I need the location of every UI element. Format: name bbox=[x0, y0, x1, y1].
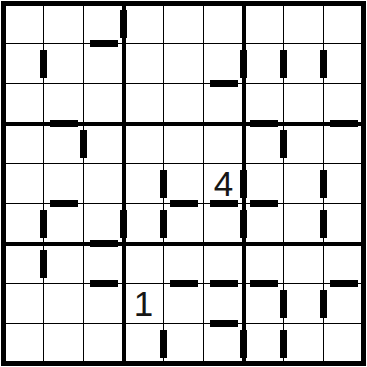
cell-r6c5[interactable] bbox=[164, 204, 204, 244]
cell-r3c1[interactable] bbox=[4, 84, 44, 124]
cell-r7c4[interactable] bbox=[124, 244, 164, 284]
cell-r4c5[interactable] bbox=[164, 124, 204, 164]
consecutive-bar-vertical bbox=[320, 170, 327, 198]
cell-r9c6[interactable] bbox=[204, 324, 244, 364]
cell-r3c4[interactable] bbox=[124, 84, 164, 124]
cell-r8c8[interactable] bbox=[284, 284, 324, 324]
consecutive-bar-horizontal bbox=[250, 280, 278, 287]
cell-r7c3[interactable] bbox=[84, 244, 124, 284]
consecutive-bar-horizontal bbox=[210, 80, 238, 87]
consecutive-bar-vertical bbox=[320, 290, 327, 318]
cell-r5c1[interactable] bbox=[4, 164, 44, 204]
cell-r1c8[interactable] bbox=[284, 4, 324, 44]
cell-r6c7[interactable] bbox=[244, 204, 284, 244]
consecutive-bar-horizontal bbox=[250, 200, 278, 207]
consecutive-bar-horizontal bbox=[90, 280, 118, 287]
consecutive-bar-vertical bbox=[40, 250, 47, 278]
cell-r6c4[interactable] bbox=[124, 204, 164, 244]
cell-r9c9[interactable] bbox=[324, 324, 364, 364]
given-digit-r8c4: 1 bbox=[134, 286, 153, 321]
cell-r5c4[interactable] bbox=[124, 164, 164, 204]
cell-r5c5[interactable] bbox=[164, 164, 204, 204]
consecutive-bar-horizontal bbox=[330, 120, 358, 127]
cell-r8c3[interactable] bbox=[84, 284, 124, 324]
cell-r5c3[interactable] bbox=[84, 164, 124, 204]
consecutive-bar-vertical bbox=[320, 210, 327, 238]
consecutive-bar-vertical bbox=[320, 50, 327, 78]
cell-r6c3[interactable] bbox=[84, 204, 124, 244]
cell-r2c1[interactable] bbox=[4, 44, 44, 84]
consecutive-bar-vertical bbox=[280, 50, 287, 78]
consecutive-bar-vertical bbox=[40, 210, 47, 238]
cell-r2c9[interactable] bbox=[324, 44, 364, 84]
cell-r8c9[interactable] bbox=[324, 284, 364, 324]
consecutive-bar-vertical bbox=[280, 290, 287, 318]
cell-r1c1[interactable] bbox=[4, 4, 44, 44]
cell-r4c3[interactable] bbox=[84, 124, 124, 164]
cell-r4c8[interactable] bbox=[284, 124, 324, 164]
consecutive-bar-horizontal bbox=[170, 200, 198, 207]
consecutive-sudoku-board: 41 bbox=[0, 0, 367, 367]
cell-r7c6[interactable] bbox=[204, 244, 244, 284]
cell-r3c7[interactable] bbox=[244, 84, 284, 124]
consecutive-bar-vertical bbox=[240, 170, 247, 198]
cell-r9c1[interactable] bbox=[4, 324, 44, 364]
cell-r5c8[interactable] bbox=[284, 164, 324, 204]
cell-r7c8[interactable] bbox=[284, 244, 324, 284]
cell-r3c6[interactable] bbox=[204, 84, 244, 124]
consecutive-bar-horizontal bbox=[170, 280, 198, 287]
consecutive-bar-vertical bbox=[240, 50, 247, 78]
cell-r8c7[interactable] bbox=[244, 284, 284, 324]
cell-r9c4[interactable] bbox=[124, 324, 164, 364]
consecutive-bar-horizontal bbox=[250, 120, 278, 127]
cell-r6c2[interactable] bbox=[44, 204, 84, 244]
cell-r2c5[interactable] bbox=[164, 44, 204, 84]
cell-r4c2[interactable] bbox=[44, 124, 84, 164]
cell-r3c8[interactable] bbox=[284, 84, 324, 124]
cell-r8c6[interactable] bbox=[204, 284, 244, 324]
cell-r7c9[interactable] bbox=[324, 244, 364, 284]
puzzle-page: 41 bbox=[0, 0, 367, 367]
cell-r3c2[interactable] bbox=[44, 84, 84, 124]
cell-r8c2[interactable] bbox=[44, 284, 84, 324]
cell-r1c9[interactable] bbox=[324, 4, 364, 44]
consecutive-bar-vertical bbox=[120, 10, 127, 38]
cell-r9c3[interactable] bbox=[84, 324, 124, 364]
cell-r9c7[interactable] bbox=[244, 324, 284, 364]
cell-r3c3[interactable] bbox=[84, 84, 124, 124]
cell-r9c8[interactable] bbox=[284, 324, 324, 364]
cell-r4c7[interactable] bbox=[244, 124, 284, 164]
cell-r1c6[interactable] bbox=[204, 4, 244, 44]
cell-r3c5[interactable] bbox=[164, 84, 204, 124]
consecutive-bar-horizontal bbox=[50, 200, 78, 207]
consecutive-bar-vertical bbox=[120, 210, 127, 238]
cell-r2c2[interactable] bbox=[44, 44, 84, 84]
given-digit-r5c6: 4 bbox=[214, 166, 233, 201]
cell-r2c6[interactable] bbox=[204, 44, 244, 84]
cell-r7c5[interactable] bbox=[164, 244, 204, 284]
consecutive-bar-vertical bbox=[280, 330, 287, 358]
consecutive-bar-vertical bbox=[160, 210, 167, 238]
cell-r5c7[interactable] bbox=[244, 164, 284, 204]
cell-r9c2[interactable] bbox=[44, 324, 84, 364]
cell-r2c4[interactable] bbox=[124, 44, 164, 84]
consecutive-bar-horizontal bbox=[330, 280, 358, 287]
cell-r7c7[interactable] bbox=[244, 244, 284, 284]
cell-r1c4[interactable] bbox=[124, 4, 164, 44]
consecutive-bar-horizontal bbox=[90, 40, 118, 47]
consecutive-bar-horizontal bbox=[210, 200, 238, 207]
cell-r4c1[interactable] bbox=[4, 124, 44, 164]
consecutive-bar-horizontal bbox=[50, 120, 78, 127]
consecutive-bar-horizontal bbox=[210, 280, 238, 287]
consecutive-bar-horizontal bbox=[210, 320, 238, 327]
cell-r1c3[interactable] bbox=[84, 4, 124, 44]
cell-r6c8[interactable] bbox=[284, 204, 324, 244]
cell-r5c2[interactable] bbox=[44, 164, 84, 204]
consecutive-bar-vertical bbox=[160, 330, 167, 358]
cell-r2c7[interactable] bbox=[244, 44, 284, 84]
cell-r1c5[interactable] bbox=[164, 4, 204, 44]
cell-r6c9[interactable] bbox=[324, 204, 364, 244]
cell-r1c2[interactable] bbox=[44, 4, 84, 44]
consecutive-bar-vertical bbox=[280, 130, 287, 158]
consecutive-bar-vertical bbox=[160, 170, 167, 198]
cell-r6c1[interactable] bbox=[4, 204, 44, 244]
consecutive-bar-vertical bbox=[240, 210, 247, 238]
cell-r2c3[interactable] bbox=[84, 44, 124, 84]
cell-r2c8[interactable] bbox=[284, 44, 324, 84]
cell-r8c4[interactable]: 1 bbox=[124, 284, 164, 324]
cell-r5c6[interactable]: 4 bbox=[204, 164, 244, 204]
consecutive-bar-vertical bbox=[40, 50, 47, 78]
cell-r1c7[interactable] bbox=[244, 4, 284, 44]
cell-r4c6[interactable] bbox=[204, 124, 244, 164]
consecutive-bar-vertical bbox=[240, 330, 247, 358]
cell-r4c4[interactable] bbox=[124, 124, 164, 164]
cell-r8c1[interactable] bbox=[4, 284, 44, 324]
cell-r9c5[interactable] bbox=[164, 324, 204, 364]
consecutive-bar-vertical bbox=[80, 130, 87, 158]
cell-r3c9[interactable] bbox=[324, 84, 364, 124]
cell-r7c1[interactable] bbox=[4, 244, 44, 284]
cell-r5c9[interactable] bbox=[324, 164, 364, 204]
cell-r8c5[interactable] bbox=[164, 284, 204, 324]
cell-r7c2[interactable] bbox=[44, 244, 84, 284]
consecutive-bar-horizontal bbox=[90, 240, 118, 247]
cell-r6c6[interactable] bbox=[204, 204, 244, 244]
cell-r4c9[interactable] bbox=[324, 124, 364, 164]
